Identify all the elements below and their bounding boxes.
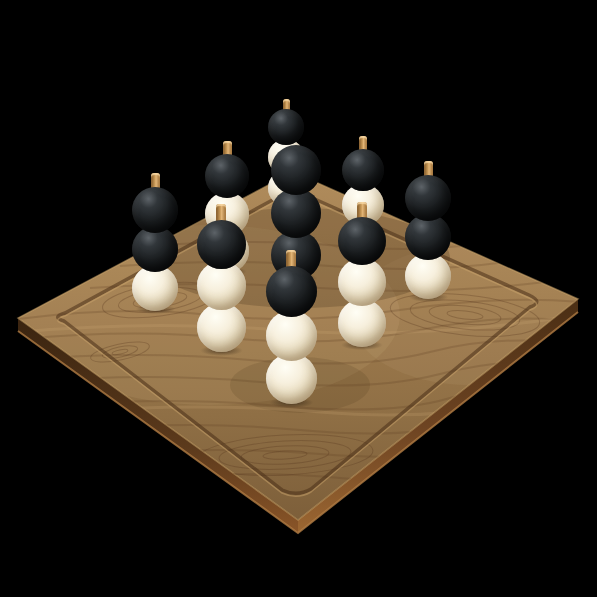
ball-black-level3	[197, 220, 246, 269]
ball-white-level1	[266, 353, 317, 404]
ball-black-level3	[268, 109, 304, 145]
ball-black-level3	[205, 154, 249, 198]
ball-white-level2	[197, 261, 246, 310]
ball-white-level1	[405, 253, 451, 299]
ball-black-level3	[405, 175, 451, 221]
peg-stacks-layer	[0, 0, 597, 597]
ball-white-level2	[266, 310, 317, 361]
ball-white-level2	[338, 258, 386, 306]
ball-black-level3	[132, 187, 178, 233]
ball-black-level3	[271, 145, 321, 195]
ball-black-level3	[266, 266, 317, 317]
ball-white-level1	[197, 303, 246, 352]
ball-white-level1	[132, 265, 178, 311]
ball-black-level3	[342, 149, 384, 191]
ball-black-level2	[271, 188, 321, 238]
ball-white-level1	[338, 299, 386, 347]
scene	[0, 0, 597, 597]
